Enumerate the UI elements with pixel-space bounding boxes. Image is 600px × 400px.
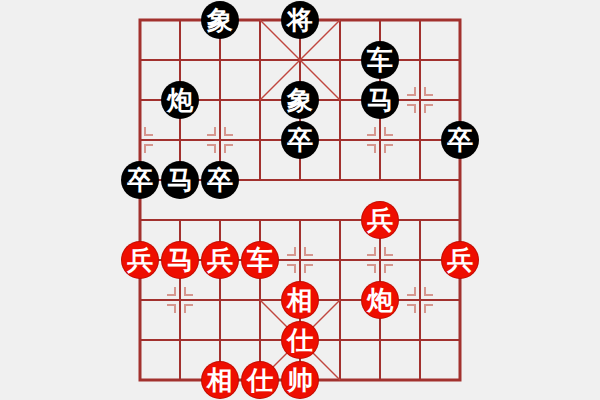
board-point-1-4[interactable]: 马: [160, 160, 200, 200]
piece-red-elephant[interactable]: 相: [201, 361, 239, 399]
board-point-7-6[interactable]: [400, 240, 440, 280]
board-point-2-9[interactable]: 相: [200, 360, 240, 400]
board-point-1-2[interactable]: 炮: [160, 80, 200, 120]
board-point-2-0[interactable]: 象: [200, 0, 240, 40]
board-point-3-0[interactable]: [240, 0, 280, 40]
board-point-0-7[interactable]: [120, 280, 160, 320]
board-point-8-5[interactable]: [440, 200, 480, 240]
board-point-2-7[interactable]: [200, 280, 240, 320]
board-point-2-1[interactable]: [200, 40, 240, 80]
board-point-4-1[interactable]: [280, 40, 320, 80]
board-point-3-5[interactable]: [240, 200, 280, 240]
piece-black-horse[interactable]: 马: [361, 81, 399, 119]
board-point-6-1[interactable]: 车: [360, 40, 400, 80]
board-point-6-0[interactable]: [360, 0, 400, 40]
piece-red-advisor[interactable]: 仕: [241, 361, 279, 399]
board-point-8-8[interactable]: [440, 320, 480, 360]
board-point-3-9[interactable]: 仕: [240, 360, 280, 400]
piece-red-advisor[interactable]: 仕: [281, 321, 319, 359]
piece-red-soldier[interactable]: 兵: [361, 201, 399, 239]
board-point-6-5[interactable]: 兵: [360, 200, 400, 240]
board-point-3-6[interactable]: 车: [240, 240, 280, 280]
piece-black-cannon[interactable]: 炮: [161, 81, 199, 119]
board-point-8-7[interactable]: [440, 280, 480, 320]
piece-black-general[interactable]: 将: [281, 1, 319, 39]
board-point-3-1[interactable]: [240, 40, 280, 80]
board-point-8-6[interactable]: 兵: [440, 240, 480, 280]
board-point-5-0[interactable]: [320, 0, 360, 40]
board-point-0-6[interactable]: 兵: [120, 240, 160, 280]
board-point-6-7[interactable]: 炮: [360, 280, 400, 320]
piece-red-general[interactable]: 帅: [281, 361, 319, 399]
board-point-5-1[interactable]: [320, 40, 360, 80]
board-point-6-8[interactable]: [360, 320, 400, 360]
board-point-7-8[interactable]: [400, 320, 440, 360]
board-point-8-1[interactable]: [440, 40, 480, 80]
board-point-3-3[interactable]: [240, 120, 280, 160]
board-point-4-6[interactable]: [280, 240, 320, 280]
piece-red-chariot[interactable]: 车: [241, 241, 279, 279]
board-point-8-9[interactable]: [440, 360, 480, 400]
board-point-5-4[interactable]: [320, 160, 360, 200]
board-point-6-9[interactable]: [360, 360, 400, 400]
board-point-0-1[interactable]: [120, 40, 160, 80]
piece-red-soldier[interactable]: 兵: [121, 241, 159, 279]
board-point-8-3[interactable]: 卒: [440, 120, 480, 160]
board-point-5-9[interactable]: [320, 360, 360, 400]
board-point-0-9[interactable]: [120, 360, 160, 400]
board-point-0-4[interactable]: 卒: [120, 160, 160, 200]
board-point-1-3[interactable]: [160, 120, 200, 160]
board-point-1-5[interactable]: [160, 200, 200, 240]
piece-black-elephant[interactable]: 象: [281, 81, 319, 119]
board-point-7-7[interactable]: [400, 280, 440, 320]
piece-red-soldier[interactable]: 兵: [201, 241, 239, 279]
board-point-0-3[interactable]: [120, 120, 160, 160]
board-point-7-4[interactable]: [400, 160, 440, 200]
board-point-0-8[interactable]: [120, 320, 160, 360]
board-point-4-8[interactable]: 仕: [280, 320, 320, 360]
board-point-7-3[interactable]: [400, 120, 440, 160]
board-point-0-5[interactable]: [120, 200, 160, 240]
board-point-1-0[interactable]: [160, 0, 200, 40]
board-point-2-5[interactable]: [200, 200, 240, 240]
board-point-1-7[interactable]: [160, 280, 200, 320]
board-point-3-4[interactable]: [240, 160, 280, 200]
board-point-8-4[interactable]: [440, 160, 480, 200]
board-point-1-8[interactable]: [160, 320, 200, 360]
board-point-0-2[interactable]: [120, 80, 160, 120]
board-point-5-7[interactable]: [320, 280, 360, 320]
board-point-6-2[interactable]: 马: [360, 80, 400, 120]
xiangqi-screenshot: 象将车炮象马卒卒卒马卒兵兵马兵车兵相炮仕相仕帅: [0, 0, 600, 400]
board-point-1-9[interactable]: [160, 360, 200, 400]
piece-red-soldier[interactable]: 兵: [441, 241, 479, 279]
board-point-2-4[interactable]: 卒: [200, 160, 240, 200]
board-point-7-2[interactable]: [400, 80, 440, 120]
board-point-6-4[interactable]: [360, 160, 400, 200]
board-point-4-0[interactable]: 将: [280, 0, 320, 40]
board-point-6-6[interactable]: [360, 240, 400, 280]
piece-black-soldier[interactable]: 卒: [201, 161, 239, 199]
board-point-5-2[interactable]: [320, 80, 360, 120]
board-point-5-5[interactable]: [320, 200, 360, 240]
board-point-7-1[interactable]: [400, 40, 440, 80]
board-point-5-6[interactable]: [320, 240, 360, 280]
board-point-3-7[interactable]: [240, 280, 280, 320]
board-point-8-0[interactable]: [440, 0, 480, 40]
board-point-2-3[interactable]: [200, 120, 240, 160]
board-point-2-2[interactable]: [200, 80, 240, 120]
xiangqi-board: 象将车炮象马卒卒卒马卒兵兵马兵车兵相炮仕相仕帅: [120, 0, 480, 400]
piece-black-soldier[interactable]: 卒: [121, 161, 159, 199]
board-point-2-8[interactable]: [200, 320, 240, 360]
board-point-4-3[interactable]: 卒: [280, 120, 320, 160]
board-point-4-5[interactable]: [280, 200, 320, 240]
board-point-5-8[interactable]: [320, 320, 360, 360]
board-point-3-8[interactable]: [240, 320, 280, 360]
board-point-4-4[interactable]: [280, 160, 320, 200]
piece-red-elephant[interactable]: 相: [281, 281, 319, 319]
board-point-5-3[interactable]: [320, 120, 360, 160]
board-point-1-1[interactable]: [160, 40, 200, 80]
piece-black-horse[interactable]: 马: [161, 161, 199, 199]
board-point-4-2[interactable]: 象: [280, 80, 320, 120]
piece-black-soldier[interactable]: 卒: [441, 121, 479, 159]
piece-black-soldier[interactable]: 卒: [281, 121, 319, 159]
board-point-3-2[interactable]: [240, 80, 280, 120]
board-point-8-2[interactable]: [440, 80, 480, 120]
board-point-0-0[interactable]: [120, 0, 160, 40]
board-point-7-5[interactable]: [400, 200, 440, 240]
board-point-2-6[interactable]: 兵: [200, 240, 240, 280]
board-point-7-9[interactable]: [400, 360, 440, 400]
board-point-7-0[interactable]: [400, 0, 440, 40]
board-point-6-3[interactable]: [360, 120, 400, 160]
board-point-1-6[interactable]: 马: [160, 240, 200, 280]
piece-red-horse[interactable]: 马: [161, 241, 199, 279]
piece-black-chariot[interactable]: 车: [361, 41, 399, 79]
board-point-4-9[interactable]: 帅: [280, 360, 320, 400]
piece-red-cannon[interactable]: 炮: [361, 281, 399, 319]
board-point-4-7[interactable]: 相: [280, 280, 320, 320]
piece-black-elephant[interactable]: 象: [201, 1, 239, 39]
